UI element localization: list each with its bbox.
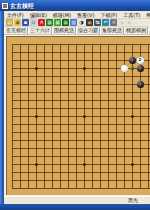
star-point[interactable]	[128, 160, 136, 168]
star-point[interactable]	[32, 160, 40, 168]
status-bar: 黑先	[4, 196, 150, 204]
settings-icon[interactable]: ✱	[110, 19, 117, 26]
undo-icon[interactable]: ↶	[102, 19, 109, 26]
menu-item-2[interactable]: 棋谱(M)	[50, 11, 74, 19]
new-icon[interactable]: ▤	[6, 19, 13, 26]
save-icon[interactable]: ▪	[22, 19, 29, 26]
tab-0[interactable]: 玄玄棋经	[4, 27, 28, 34]
white-stone	[120, 64, 128, 72]
stone-label: 2	[139, 58, 142, 62]
star-point[interactable]	[32, 64, 40, 72]
move-marker[interactable]: ✕	[128, 64, 136, 72]
next-icon: ▸	[126, 19, 133, 26]
marker-glyph: ✕	[129, 65, 134, 71]
tab-1[interactable]: 三十六计	[28, 27, 52, 34]
hoshi-dot	[83, 115, 86, 118]
stones-icon[interactable]: ◑	[78, 19, 85, 26]
black-stone-glyph	[137, 81, 144, 88]
delete-icon[interactable]: ✕	[38, 19, 45, 26]
star-point[interactable]	[128, 112, 136, 120]
hoshi-dot	[35, 115, 38, 118]
prev-icon: ◂	[118, 19, 125, 26]
hoshi-dot	[131, 115, 134, 118]
board13-icon[interactable]: ▦	[54, 19, 61, 26]
white-stone: 2	[136, 56, 144, 64]
title-bar[interactable]: 玄玄棋经	[0, 0, 150, 11]
globe-icon[interactable]: ◉	[86, 19, 93, 26]
tab-3[interactable]: 综合习题	[76, 27, 100, 34]
open-icon[interactable]: ▣	[14, 19, 21, 26]
window-border-bottom	[0, 204, 150, 210]
white-stone-glyph	[121, 65, 128, 72]
black-stone	[128, 56, 136, 64]
status-text: 黑先	[128, 197, 138, 204]
menu-item-5[interactable]: 工具(T)	[120, 11, 143, 19]
hoshi-dot	[83, 163, 86, 166]
star-point[interactable]	[80, 160, 88, 168]
black-stone-glyph	[129, 57, 136, 64]
hoshi-dot	[35, 163, 38, 166]
black-stone-glyph	[137, 65, 144, 72]
menu-item-4[interactable]: 下棋(P)	[97, 11, 120, 19]
star-point[interactable]	[80, 112, 88, 120]
go-board[interactable]: 2✕	[6, 36, 150, 195]
menu-item-1[interactable]: 编辑(E)	[27, 11, 50, 19]
board19-icon[interactable]: ▦	[46, 19, 53, 26]
menu-item-0[interactable]: 文件(F)	[4, 11, 27, 19]
menu-bar: 文件(F)编辑(E)棋谱(M)查看(V)下棋(P)工具(T)帮助(H)	[4, 11, 150, 19]
hoshi-dot	[131, 163, 134, 166]
panel-icon[interactable]: ▥	[70, 19, 77, 26]
tab-4[interactable]: 角部死活	[100, 27, 124, 34]
hoshi-dot	[83, 67, 86, 70]
print-icon[interactable]: ▫	[30, 19, 37, 26]
collection-tab-bar: 玄玄棋经三十六计围棋死活综合习题角部死活精选棋例死活大全	[4, 27, 150, 35]
menu-item-3[interactable]: 查看(V)	[74, 11, 97, 19]
tab-5[interactable]: 精选棋例	[124, 27, 148, 34]
hoshi-dot	[35, 67, 38, 70]
star-point[interactable]	[32, 112, 40, 120]
black-stone	[136, 64, 144, 72]
app-window: 玄玄棋经 文件(F)编辑(E)棋谱(M)查看(V)下棋(P)工具(T)帮助(H)…	[0, 0, 150, 210]
window-title: 玄玄棋经	[10, 0, 34, 11]
menu-item-6[interactable]: 帮助(H)	[143, 11, 150, 19]
tab-2[interactable]: 围棋死活	[52, 27, 76, 34]
app-icon	[2, 3, 8, 9]
tab-6[interactable]: 死活大全	[148, 27, 150, 34]
board9-icon[interactable]: ▦	[62, 19, 69, 26]
stones-layer: 2✕	[8, 40, 150, 192]
board-area: 2✕	[4, 35, 150, 196]
black-stone	[136, 80, 144, 88]
star-point[interactable]	[80, 64, 88, 72]
navigate-icon[interactable]: ↹	[94, 19, 101, 26]
white-stone-glyph: 2	[137, 57, 144, 64]
toolbar: ▤▣▪▫✕▦▦▦▥◑◉↹↶✱◂▸	[4, 19, 150, 27]
